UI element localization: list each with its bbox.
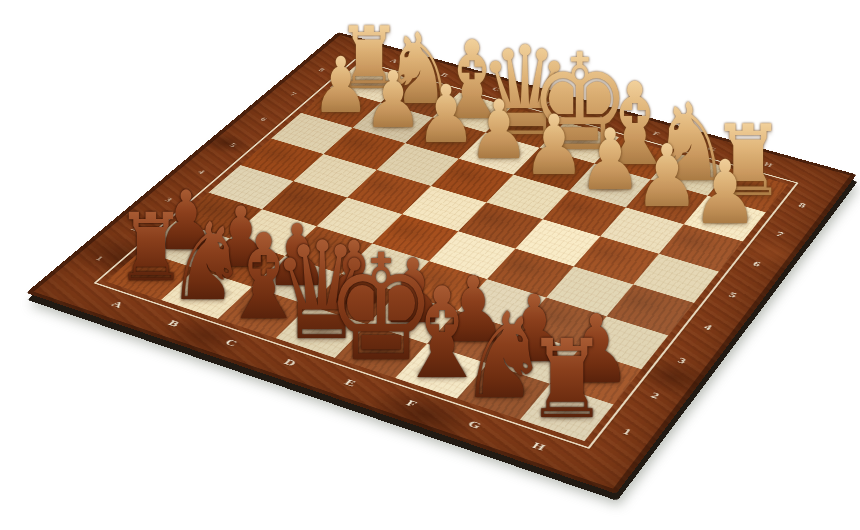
rank-label-8-near: 8 [796,201,808,210]
chess-board: AABBCCDDEEFFGGHH1122334455667788 [26,32,857,494]
chess-set-photo: AABBCCDDEEFFGGHH1122334455667788 ♜♞♝♛♚♝♞… [0,0,860,530]
rank-label-5-far: 5 [228,142,238,148]
file-label-b-far: B [439,72,450,78]
rank-label-1-far: 1 [94,255,106,262]
file-label-a-near: A [108,299,127,311]
file-label-e-far: E [597,115,608,121]
rank-label-3-near: 3 [676,355,689,366]
file-label-h-near: H [529,440,549,454]
rank-label-4-near: 4 [702,322,715,332]
rank-label-8-far: 8 [317,67,327,73]
file-label-d-far: D [543,100,554,106]
file-label-f-near: F [403,397,420,410]
file-label-g-far: G [706,145,718,152]
rank-label-5-near: 5 [727,290,740,300]
file-label-a-far: A [389,58,400,64]
rank-label-2-near: 2 [648,390,662,401]
file-label-g-near: G [465,418,485,432]
file-label-h-far: H [763,161,775,168]
rank-label-3-far: 3 [164,196,175,203]
file-label-c-far: C [491,86,502,92]
rank-label-4-far: 4 [197,168,208,174]
file-label-f-far: F [652,130,662,136]
file-label-e-near: E [341,377,359,389]
file-label-d-near: D [281,357,300,369]
board-squares [106,64,788,441]
rank-label-7-near: 7 [774,230,786,239]
rank-label-6-far: 6 [259,116,269,122]
rank-label-7-far: 7 [289,91,299,97]
file-label-c-near: C [222,337,241,349]
rank-label-1-near: 1 [620,426,634,438]
rank-label-6-near: 6 [751,259,763,269]
rank-label-2-far: 2 [130,225,141,232]
file-label-b-near: B [165,318,183,330]
